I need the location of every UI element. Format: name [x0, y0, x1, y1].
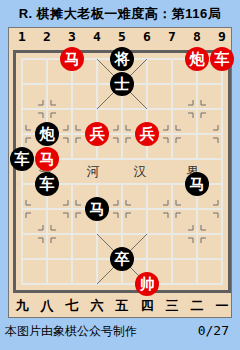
- piece-black-车[interactable]: 车: [35, 172, 59, 196]
- page-title: R. 棋摊大老板一难度高：第116局: [0, 5, 240, 23]
- move-counter: 0/27: [198, 323, 229, 338]
- piece-black-车[interactable]: 车: [10, 147, 34, 171]
- piece-red-炮[interactable]: 炮: [185, 47, 209, 71]
- piece-black-卒[interactable]: 卒: [110, 247, 134, 271]
- piece-red-马[interactable]: 马: [35, 147, 59, 171]
- file-label-bottom-8: 二: [188, 297, 206, 315]
- file-label-bottom-6: 四: [138, 297, 156, 315]
- file-label-bottom-4: 六: [88, 297, 106, 315]
- piece-red-车[interactable]: 车: [210, 47, 234, 71]
- piece-red-帅[interactable]: 帅: [135, 272, 159, 296]
- piece-black-士[interactable]: 士: [110, 72, 134, 96]
- piece-red-兵[interactable]: 兵: [85, 122, 109, 146]
- app-window: R. 棋摊大老板一难度高：第116局 123456789 楚河汉界 马将炮车士炮…: [0, 0, 240, 350]
- piece-red-马[interactable]: 马: [60, 47, 84, 71]
- file-label-bottom-7: 三: [163, 297, 181, 315]
- file-label-bottom-2: 八: [38, 297, 56, 315]
- piece-black-将[interactable]: 将: [110, 47, 134, 71]
- piece-black-马[interactable]: 马: [185, 172, 209, 196]
- file-label-bottom-9: 一: [213, 297, 231, 315]
- footer-credit: 本图片由象棋公众号制作: [5, 323, 137, 340]
- bottom-file-labels: 九八七六五四三二一: [9, 297, 231, 315]
- piece-red-兵[interactable]: 兵: [135, 122, 159, 146]
- piece-black-炮[interactable]: 炮: [35, 122, 59, 146]
- file-label-bottom-1: 九: [13, 297, 31, 315]
- board-panel: 123456789 楚河汉界 马将炮车士炮兵兵车马车马马卒帅 九八七六五四三二一: [8, 27, 232, 318]
- file-label-bottom-5: 五: [113, 297, 131, 315]
- file-label-bottom-3: 七: [63, 297, 81, 315]
- piece-black-马[interactable]: 马: [85, 197, 109, 221]
